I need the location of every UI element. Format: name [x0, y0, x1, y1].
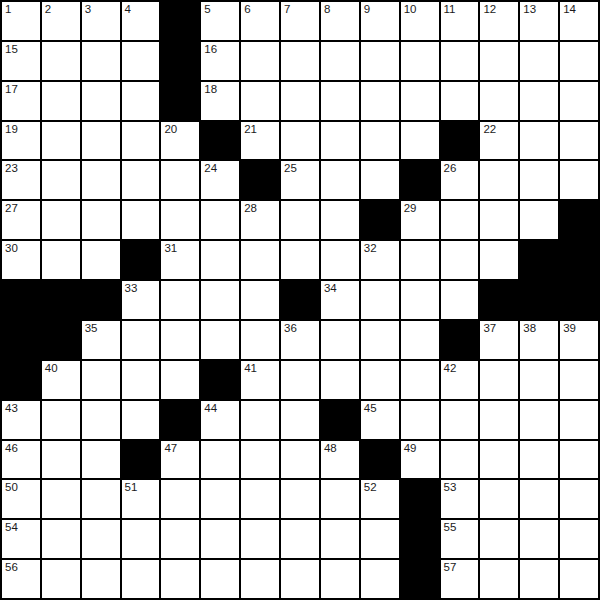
white-cell[interactable] — [361, 361, 399, 399]
clue-number: 27 — [5, 201, 18, 216]
white-cell[interactable] — [122, 361, 160, 399]
black-cell — [560, 201, 598, 239]
black-cell — [42, 281, 80, 319]
clue-number: 18 — [204, 82, 217, 97]
white-cell[interactable]: 17 — [2, 82, 40, 120]
white-cell[interactable] — [201, 281, 239, 319]
white-cell[interactable]: 21 — [241, 122, 279, 160]
white-cell[interactable] — [441, 82, 479, 120]
white-cell[interactable]: 15 — [2, 42, 40, 80]
white-cell[interactable]: 36 — [281, 321, 319, 359]
white-cell[interactable] — [321, 122, 359, 160]
white-cell[interactable]: 34 — [321, 281, 359, 319]
white-cell[interactable]: 16 — [201, 42, 239, 80]
white-cell[interactable] — [42, 82, 80, 120]
clue-number: 35 — [85, 321, 98, 336]
white-cell[interactable] — [321, 82, 359, 120]
white-cell[interactable]: 14 — [560, 2, 598, 40]
black-cell — [161, 2, 199, 40]
white-cell[interactable] — [361, 161, 399, 199]
white-cell[interactable] — [520, 122, 558, 160]
white-cell[interactable] — [201, 480, 239, 518]
white-cell[interactable] — [241, 321, 279, 359]
black-cell — [241, 161, 279, 199]
white-cell[interactable] — [281, 201, 319, 239]
white-cell[interactable] — [42, 520, 80, 558]
white-cell[interactable]: 7 — [281, 2, 319, 40]
clue-number: 22 — [483, 122, 496, 137]
white-cell[interactable] — [520, 42, 558, 80]
white-cell[interactable]: 13 — [520, 2, 558, 40]
white-cell[interactable] — [201, 241, 239, 279]
white-cell[interactable]: 50 — [2, 480, 40, 518]
white-cell[interactable] — [201, 201, 239, 239]
clue-number: 30 — [5, 241, 18, 256]
white-cell[interactable] — [321, 42, 359, 80]
white-cell[interactable] — [480, 241, 518, 279]
white-cell[interactable] — [441, 441, 479, 479]
clue-number: 57 — [444, 560, 457, 575]
white-cell[interactable] — [520, 401, 558, 439]
white-cell[interactable] — [321, 161, 359, 199]
black-cell — [122, 241, 160, 279]
white-cell[interactable] — [520, 441, 558, 479]
white-cell[interactable]: 19 — [2, 122, 40, 160]
white-cell[interactable] — [361, 520, 399, 558]
white-cell[interactable] — [281, 520, 319, 558]
white-cell[interactable]: 26 — [441, 161, 479, 199]
white-cell[interactable]: 44 — [201, 401, 239, 439]
black-cell — [441, 122, 479, 160]
white-cell[interactable] — [161, 281, 199, 319]
white-cell[interactable] — [42, 241, 80, 279]
white-cell[interactable] — [321, 321, 359, 359]
white-cell[interactable] — [321, 560, 359, 598]
clue-number: 47 — [164, 441, 177, 456]
white-cell[interactable] — [281, 122, 319, 160]
white-cell[interactable]: 32 — [361, 241, 399, 279]
white-cell[interactable]: 35 — [82, 321, 120, 359]
white-cell[interactable]: 31 — [161, 241, 199, 279]
clue-number: 7 — [284, 2, 290, 17]
white-cell[interactable] — [520, 161, 558, 199]
white-cell[interactable] — [560, 401, 598, 439]
white-cell[interactable] — [560, 82, 598, 120]
white-cell[interactable] — [82, 480, 120, 518]
black-cell — [2, 321, 40, 359]
clue-number: 31 — [164, 241, 177, 256]
white-cell[interactable] — [520, 361, 558, 399]
white-cell[interactable] — [241, 281, 279, 319]
white-cell[interactable] — [281, 401, 319, 439]
black-cell — [201, 361, 239, 399]
white-cell[interactable]: 30 — [2, 241, 40, 279]
white-cell[interactable]: 41 — [241, 361, 279, 399]
white-cell[interactable] — [480, 161, 518, 199]
white-cell[interactable]: 54 — [2, 520, 40, 558]
white-cell[interactable] — [82, 42, 120, 80]
white-cell[interactable] — [321, 361, 359, 399]
white-cell[interactable] — [560, 560, 598, 598]
white-cell[interactable] — [560, 161, 598, 199]
white-cell[interactable] — [281, 82, 319, 120]
white-cell[interactable] — [82, 560, 120, 598]
clue-number: 14 — [563, 2, 576, 17]
white-cell[interactable] — [122, 122, 160, 160]
black-cell — [361, 441, 399, 479]
white-cell[interactable]: 38 — [520, 321, 558, 359]
black-cell — [520, 241, 558, 279]
white-cell[interactable] — [122, 82, 160, 120]
white-cell[interactable] — [361, 122, 399, 160]
clue-number: 51 — [125, 480, 138, 495]
white-cell[interactable] — [42, 560, 80, 598]
clue-number: 4 — [125, 2, 131, 17]
clue-number: 33 — [125, 281, 138, 296]
white-cell[interactable]: 46 — [2, 441, 40, 479]
white-cell[interactable] — [161, 321, 199, 359]
white-cell[interactable] — [42, 122, 80, 160]
black-cell — [401, 480, 439, 518]
white-cell[interactable]: 12 — [480, 2, 518, 40]
white-cell[interactable]: 40 — [42, 361, 80, 399]
black-cell — [122, 441, 160, 479]
white-cell[interactable]: 22 — [480, 122, 518, 160]
white-cell[interactable]: 47 — [161, 441, 199, 479]
white-cell[interactable] — [161, 560, 199, 598]
white-cell[interactable] — [201, 560, 239, 598]
clue-number: 41 — [244, 361, 257, 376]
clue-number: 42 — [444, 361, 457, 376]
white-cell[interactable] — [201, 441, 239, 479]
white-cell[interactable]: 57 — [441, 560, 479, 598]
white-cell[interactable]: 33 — [122, 281, 160, 319]
clue-number: 8 — [324, 2, 330, 17]
clue-number: 37 — [483, 321, 496, 336]
clue-number: 39 — [563, 321, 576, 336]
white-cell[interactable]: 55 — [441, 520, 479, 558]
clue-number: 12 — [483, 2, 496, 17]
white-cell[interactable] — [122, 161, 160, 199]
white-cell[interactable]: 42 — [441, 361, 479, 399]
white-cell[interactable] — [42, 480, 80, 518]
clue-number: 45 — [364, 401, 377, 416]
white-cell[interactable]: 28 — [241, 201, 279, 239]
clue-number: 5 — [204, 2, 210, 17]
white-cell[interactable] — [480, 82, 518, 120]
white-cell[interactable] — [241, 441, 279, 479]
white-cell[interactable] — [122, 560, 160, 598]
white-cell[interactable] — [321, 201, 359, 239]
white-cell[interactable] — [241, 480, 279, 518]
white-cell[interactable] — [560, 122, 598, 160]
crossword-grid: 1234567891011121314151617181920212223242… — [0, 0, 600, 600]
clue-number: 23 — [5, 161, 18, 176]
white-cell[interactable] — [241, 42, 279, 80]
clue-number: 17 — [5, 82, 18, 97]
white-cell[interactable] — [82, 122, 120, 160]
clue-number: 46 — [5, 441, 18, 456]
white-cell[interactable] — [480, 201, 518, 239]
white-cell[interactable] — [161, 161, 199, 199]
black-cell — [281, 281, 319, 319]
white-cell[interactable]: 51 — [122, 480, 160, 518]
white-cell[interactable] — [122, 42, 160, 80]
white-cell[interactable] — [241, 560, 279, 598]
white-cell[interactable] — [401, 241, 439, 279]
white-cell[interactable] — [281, 241, 319, 279]
white-cell[interactable]: 49 — [401, 441, 439, 479]
clue-number: 44 — [204, 401, 217, 416]
black-cell — [361, 201, 399, 239]
white-cell[interactable] — [560, 361, 598, 399]
white-cell[interactable] — [161, 520, 199, 558]
white-cell[interactable] — [480, 520, 518, 558]
white-cell[interactable] — [401, 42, 439, 80]
white-cell[interactable] — [82, 161, 120, 199]
white-cell[interactable] — [401, 122, 439, 160]
clue-number: 38 — [523, 321, 536, 336]
white-cell[interactable]: 52 — [361, 480, 399, 518]
white-cell[interactable]: 23 — [2, 161, 40, 199]
white-cell[interactable] — [520, 480, 558, 518]
white-cell[interactable]: 20 — [161, 122, 199, 160]
black-cell — [520, 281, 558, 319]
black-cell — [42, 321, 80, 359]
clue-number: 10 — [404, 2, 417, 17]
white-cell[interactable] — [161, 480, 199, 518]
white-cell[interactable]: 27 — [2, 201, 40, 239]
white-cell[interactable]: 5 — [201, 2, 239, 40]
clue-number: 21 — [244, 122, 257, 137]
white-cell[interactable] — [82, 82, 120, 120]
white-cell[interactable] — [361, 82, 399, 120]
white-cell[interactable] — [401, 321, 439, 359]
white-cell[interactable] — [480, 361, 518, 399]
white-cell[interactable] — [281, 361, 319, 399]
white-cell[interactable]: 4 — [122, 2, 160, 40]
black-cell — [2, 361, 40, 399]
white-cell[interactable]: 37 — [480, 321, 518, 359]
black-cell — [321, 401, 359, 439]
white-cell[interactable] — [281, 441, 319, 479]
clue-number: 36 — [284, 321, 297, 336]
black-cell — [401, 161, 439, 199]
clue-number: 15 — [5, 42, 18, 57]
white-cell[interactable] — [82, 201, 120, 239]
clue-number: 6 — [244, 2, 250, 17]
black-cell — [560, 241, 598, 279]
white-cell[interactable] — [441, 401, 479, 439]
white-cell[interactable] — [480, 441, 518, 479]
clue-number: 25 — [284, 161, 297, 176]
white-cell[interactable] — [241, 82, 279, 120]
white-cell[interactable] — [42, 441, 80, 479]
white-cell[interactable]: 18 — [201, 82, 239, 120]
white-cell[interactable]: 43 — [2, 401, 40, 439]
white-cell[interactable]: 56 — [2, 560, 40, 598]
white-cell[interactable] — [560, 441, 598, 479]
crossword-puzzle: 1234567891011121314151617181920212223242… — [0, 0, 600, 600]
clue-number: 3 — [85, 2, 91, 17]
clue-number: 52 — [364, 480, 377, 495]
white-cell[interactable] — [82, 441, 120, 479]
clue-number: 9 — [364, 2, 370, 17]
white-cell[interactable] — [122, 401, 160, 439]
white-cell[interactable] — [82, 401, 120, 439]
clue-number: 16 — [204, 42, 217, 57]
black-cell — [201, 122, 239, 160]
white-cell[interactable] — [480, 560, 518, 598]
white-cell[interactable] — [122, 520, 160, 558]
white-cell[interactable] — [122, 321, 160, 359]
white-cell[interactable] — [161, 201, 199, 239]
white-cell[interactable] — [480, 401, 518, 439]
white-cell[interactable]: 1 — [2, 2, 40, 40]
white-cell[interactable] — [520, 560, 558, 598]
white-cell[interactable] — [321, 241, 359, 279]
white-cell[interactable] — [42, 401, 80, 439]
white-cell[interactable]: 25 — [281, 161, 319, 199]
white-cell[interactable]: 53 — [441, 480, 479, 518]
white-cell[interactable] — [321, 480, 359, 518]
white-cell[interactable]: 11 — [441, 2, 479, 40]
white-cell[interactable] — [401, 361, 439, 399]
white-cell[interactable] — [441, 281, 479, 319]
white-cell[interactable] — [281, 42, 319, 80]
black-cell — [161, 401, 199, 439]
white-cell[interactable] — [560, 42, 598, 80]
white-cell[interactable] — [401, 281, 439, 319]
white-cell[interactable]: 39 — [560, 321, 598, 359]
black-cell — [401, 520, 439, 558]
clue-number: 28 — [244, 201, 257, 216]
white-cell[interactable] — [161, 361, 199, 399]
white-cell[interactable] — [441, 42, 479, 80]
white-cell[interactable]: 45 — [361, 401, 399, 439]
clue-number: 55 — [444, 520, 457, 535]
black-cell — [480, 281, 518, 319]
white-cell[interactable] — [520, 520, 558, 558]
white-cell[interactable] — [122, 201, 160, 239]
clue-number: 32 — [364, 241, 377, 256]
black-cell — [2, 281, 40, 319]
white-cell[interactable] — [560, 520, 598, 558]
clue-number: 20 — [164, 122, 177, 137]
clue-number: 29 — [404, 201, 417, 216]
white-cell[interactable] — [520, 82, 558, 120]
white-cell[interactable] — [361, 281, 399, 319]
white-cell[interactable] — [560, 480, 598, 518]
clue-number: 40 — [45, 361, 58, 376]
clue-number: 54 — [5, 520, 18, 535]
white-cell[interactable] — [82, 520, 120, 558]
white-cell[interactable]: 6 — [241, 2, 279, 40]
clue-number: 24 — [204, 161, 217, 176]
black-cell — [560, 281, 598, 319]
white-cell[interactable]: 10 — [401, 2, 439, 40]
white-cell[interactable] — [201, 321, 239, 359]
clue-number: 1 — [5, 2, 11, 17]
white-cell[interactable] — [241, 241, 279, 279]
white-cell[interactable] — [42, 201, 80, 239]
white-cell[interactable] — [480, 42, 518, 80]
white-cell[interactable] — [441, 241, 479, 279]
clue-number: 48 — [324, 441, 337, 456]
black-cell — [401, 560, 439, 598]
white-cell[interactable] — [361, 321, 399, 359]
clue-number: 11 — [444, 2, 456, 17]
white-cell[interactable]: 2 — [42, 2, 80, 40]
clue-number: 56 — [5, 560, 18, 575]
white-cell[interactable] — [480, 480, 518, 518]
white-cell[interactable] — [281, 480, 319, 518]
clue-number: 43 — [5, 401, 18, 416]
white-cell[interactable] — [42, 42, 80, 80]
clue-number: 2 — [45, 2, 51, 17]
white-cell[interactable] — [401, 401, 439, 439]
clue-number: 49 — [404, 441, 417, 456]
white-cell[interactable] — [201, 520, 239, 558]
black-cell — [82, 281, 120, 319]
white-cell[interactable] — [321, 520, 359, 558]
clue-number: 26 — [444, 161, 457, 176]
white-cell[interactable] — [441, 201, 479, 239]
clue-number: 50 — [5, 480, 18, 495]
white-cell[interactable] — [241, 401, 279, 439]
clue-number: 19 — [5, 122, 18, 137]
clue-number: 53 — [444, 480, 457, 495]
white-cell[interactable] — [42, 161, 80, 199]
white-cell[interactable] — [361, 560, 399, 598]
clue-number: 34 — [324, 281, 337, 296]
white-cell[interactable]: 48 — [321, 441, 359, 479]
white-cell[interactable]: 8 — [321, 2, 359, 40]
white-cell[interactable] — [82, 361, 120, 399]
clue-number: 13 — [523, 2, 536, 17]
white-cell[interactable]: 9 — [361, 2, 399, 40]
white-cell[interactable]: 3 — [82, 2, 120, 40]
white-cell[interactable] — [401, 82, 439, 120]
white-cell[interactable] — [241, 520, 279, 558]
white-cell[interactable] — [82, 241, 120, 279]
white-cell[interactable]: 24 — [201, 161, 239, 199]
white-cell[interactable] — [281, 560, 319, 598]
white-cell[interactable]: 29 — [401, 201, 439, 239]
white-cell[interactable] — [361, 42, 399, 80]
black-cell — [161, 42, 199, 80]
black-cell — [161, 82, 199, 120]
white-cell[interactable] — [520, 201, 558, 239]
black-cell — [441, 321, 479, 359]
